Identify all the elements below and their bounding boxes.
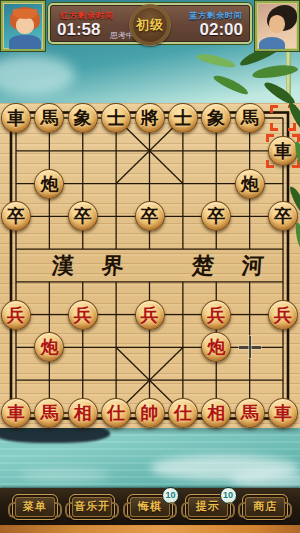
shop-button[interactable]: 商店 [242,494,288,520]
blue-time-value: 02:00 [200,20,243,40]
piece-black-r1c8[interactable]: 車 [268,136,298,166]
piece-glyph: 兵 [141,300,159,330]
piece-glyph: 卒 [74,201,92,231]
avatar-body [259,37,285,51]
red-time-value: 01:58 [57,20,100,40]
bamboo-leaf-icon [196,51,237,69]
piece-glyph: 仕 [107,398,125,428]
piece-glyph: 卒 [274,201,292,231]
wave-foam [20,468,110,482]
piece-red-r9c0[interactable]: 車 [1,398,31,428]
shop-button-label: 商店 [253,499,277,514]
music-toggle-button[interactable]: 音乐开 [69,494,115,520]
menu-button-label: 菜单 [23,499,47,514]
hint-count-badge: 10 [220,487,237,504]
piece-black-r2c1[interactable]: 炮 [34,169,64,199]
piece-black-r2c7[interactable]: 炮 [235,169,265,199]
undo-button-label: 悔棋 [138,499,162,514]
undo-button[interactable]: 悔棋 10 [127,494,173,520]
piece-red-r9c3[interactable]: 仕 [101,398,131,428]
piece-red-r6c0[interactable]: 兵 [1,300,31,330]
piece-red-r9c5[interactable]: 仕 [168,398,198,428]
piece-glyph: 卒 [207,201,225,231]
music-button-label: 音乐开 [74,499,110,514]
piece-glyph: 車 [7,398,25,428]
piece-glyph: 馬 [40,398,58,428]
avatar-red-player[interactable] [1,1,45,51]
difficulty-badge: 初级 [129,4,171,46]
piece-black-r0c5[interactable]: 士 [168,103,198,133]
piece-red-r9c2[interactable]: 相 [68,398,98,428]
avatar-face [269,15,285,33]
hint-button[interactable]: 提示 10 [185,494,231,520]
bottom-toolbar: 菜单 音乐开 悔棋 10 提示 10 商店 [0,488,300,525]
water-mist [0,55,75,95]
piece-glyph: 兵 [274,300,292,330]
piece-glyph: 馬 [241,398,259,428]
piece-glyph: 象 [74,103,92,133]
piece-glyph: 兵 [74,300,92,330]
piece-black-r0c7[interactable]: 馬 [235,103,265,133]
piece-glyph: 車 [7,103,25,133]
sand-shore [0,524,300,533]
piece-glyph: 馬 [241,103,259,133]
piece-red-r6c2[interactable]: 兵 [68,300,98,330]
piece-glyph: 卒 [141,201,159,231]
bamboo-leaf-icon [251,63,298,80]
piece-glyph: 車 [274,136,292,166]
avatar-hair [13,9,37,19]
bamboo-leaf-icon [212,72,250,97]
piece-black-r3c4[interactable]: 卒 [135,201,165,231]
piece-red-r9c8[interactable]: 車 [268,398,298,428]
xiangqi-board[interactable]: 漢 界 楚 河 車馬象士將士象馬車炮炮卒卒卒卒卒兵兵兵兵兵炮炮車馬相仕帥仕相馬車 [0,103,300,428]
river-text-right: 楚 河 [191,251,275,281]
menu-button[interactable]: 菜单 [12,494,58,520]
piece-glyph: 車 [274,398,292,428]
piece-red-r6c8[interactable]: 兵 [268,300,298,330]
piece-glyph: 帥 [141,398,159,428]
piece-red-r9c7[interactable]: 馬 [235,398,265,428]
game-screen: 红方剩余时间 01:58 思考中... 初级 蓝方剩余时间 02:00 漢 界 … [0,0,300,533]
piece-red-r6c4[interactable]: 兵 [135,300,165,330]
piece-glyph: 炮 [40,332,58,362]
piece-glyph: 炮 [207,332,225,362]
piece-black-r0c4[interactable]: 將 [135,103,165,133]
difficulty-label: 初级 [136,16,164,34]
piece-glyph: 將 [141,103,159,133]
timer-panel: 红方剩余时间 01:58 思考中... 初级 蓝方剩余时间 02:00 [48,3,252,44]
piece-glyph: 仕 [174,398,192,428]
piece-glyph: 相 [74,398,92,428]
piece-black-r3c2[interactable]: 卒 [68,201,98,231]
wave-foam [230,470,300,490]
piece-glyph: 兵 [207,300,225,330]
piece-red-r6c6[interactable]: 兵 [201,300,231,330]
avatar-face [16,17,34,34]
piece-black-r0c2[interactable]: 象 [68,103,98,133]
piece-black-r0c3[interactable]: 士 [101,103,131,133]
piece-glyph: 象 [207,103,225,133]
river: 漢 界 楚 河 [0,251,300,279]
piece-glyph: 士 [107,103,125,133]
hint-button-label: 提示 [196,499,220,514]
piece-black-r0c0[interactable]: 車 [1,103,31,133]
piece-glyph: 卒 [7,201,25,231]
undo-count-badge: 10 [162,487,179,504]
avatar-blue-player[interactable] [255,1,299,51]
piece-glyph: 炮 [40,169,58,199]
piece-glyph: 馬 [40,103,58,133]
piece-glyph: 炮 [241,169,259,199]
piece-red-r9c4[interactable]: 帥 [135,398,165,428]
avatar-body [9,35,41,51]
piece-glyph: 士 [174,103,192,133]
piece-glyph: 兵 [7,300,25,330]
river-text-left: 漢 界 [51,251,135,281]
piece-glyph: 相 [207,398,225,428]
